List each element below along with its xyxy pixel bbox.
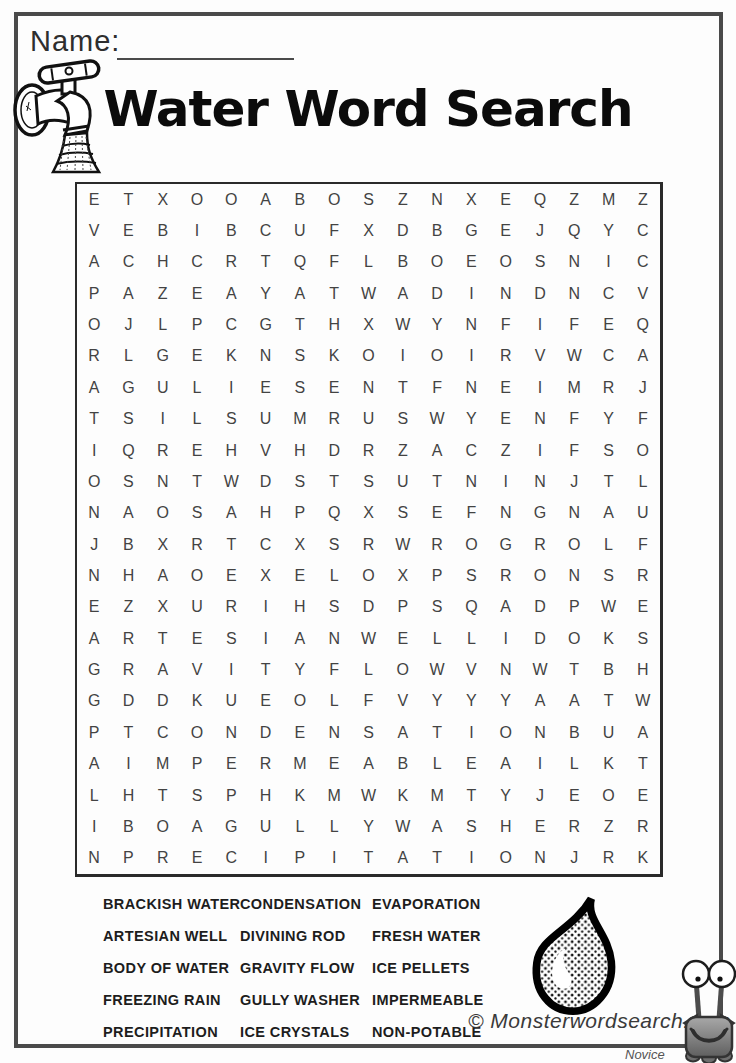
grid-cell-r5c13[interactable]: F (489, 309, 523, 340)
grid-cell-r8c9[interactable]: U (351, 404, 385, 435)
grid-cell-r21c1[interactable]: I (77, 811, 111, 842)
grid-cell-r17c6[interactable]: E (248, 686, 282, 717)
grid-cell-r2c3[interactable]: B (146, 215, 180, 246)
grid-cell-r3c1[interactable]: A (77, 247, 111, 278)
grid-cell-r7c10[interactable]: T (386, 372, 420, 403)
grid-cell-r10c3[interactable]: N (146, 466, 180, 497)
grid-cell-r15c16[interactable]: K (591, 623, 625, 654)
grid-cell-r20c6[interactable]: H (248, 780, 282, 811)
grid-cell-r15c6[interactable]: I (248, 623, 282, 654)
grid-cell-r12c11[interactable]: R (420, 529, 454, 560)
grid-cell-r10c4[interactable]: T (180, 466, 214, 497)
grid-cell-r21c17[interactable]: R (626, 811, 660, 842)
grid-cell-r11c7[interactable]: P (283, 498, 317, 529)
grid-cell-r11c17[interactable]: U (626, 498, 660, 529)
grid-cell-r5c6[interactable]: G (248, 309, 282, 340)
grid-cell-r18c10[interactable]: A (386, 717, 420, 748)
grid-cell-r18c8[interactable]: N (317, 717, 351, 748)
grid-cell-r8c8[interactable]: R (317, 404, 351, 435)
grid-cell-r3c7[interactable]: Q (283, 247, 317, 278)
grid-cell-r12c1[interactable]: J (77, 529, 111, 560)
grid-cell-r15c9[interactable]: W (351, 623, 385, 654)
grid-cell-r5c10[interactable]: W (386, 309, 420, 340)
grid-cell-r13c12[interactable]: S (454, 560, 488, 591)
grid-cell-r8c4[interactable]: L (180, 404, 214, 435)
grid-cell-r19c17[interactable]: T (626, 749, 660, 780)
grid-cell-r16c3[interactable]: A (146, 654, 180, 685)
grid-cell-r17c9[interactable]: F (351, 686, 385, 717)
grid-cell-r21c3[interactable]: O (146, 811, 180, 842)
grid-cell-r5c15[interactable]: F (557, 309, 591, 340)
grid-cell-r19c15[interactable]: L (557, 749, 591, 780)
grid-cell-r3c4[interactable]: C (180, 247, 214, 278)
grid-cell-r13c1[interactable]: N (77, 560, 111, 591)
grid-cell-r12c15[interactable]: O (557, 529, 591, 560)
grid-cell-r3c9[interactable]: L (351, 247, 385, 278)
grid-cell-r18c7[interactable]: E (283, 717, 317, 748)
grid-cell-r16c17[interactable]: H (626, 654, 660, 685)
grid-cell-r1c12[interactable]: X (454, 184, 488, 215)
grid-cell-r2c5[interactable]: B (214, 215, 248, 246)
grid-cell-r5c9[interactable]: X (351, 309, 385, 340)
grid-cell-r3c13[interactable]: O (489, 247, 523, 278)
grid-cell-r22c14[interactable]: N (523, 843, 557, 874)
grid-cell-r15c10[interactable]: E (386, 623, 420, 654)
grid-cell-r15c4[interactable]: E (180, 623, 214, 654)
grid-cell-r9c14[interactable]: I (523, 435, 557, 466)
grid-cell-r9c17[interactable]: O (626, 435, 660, 466)
grid-cell-r7c5[interactable]: I (214, 372, 248, 403)
grid-cell-r17c17[interactable]: W (626, 686, 660, 717)
grid-cell-r3c15[interactable]: N (557, 247, 591, 278)
grid-cell-r18c17[interactable]: A (626, 717, 660, 748)
grid-cell-r20c12[interactable]: T (454, 780, 488, 811)
grid-cell-r14c6[interactable]: I (248, 592, 282, 623)
grid-cell-r19c14[interactable]: I (523, 749, 557, 780)
grid-cell-r13c9[interactable]: O (351, 560, 385, 591)
grid-cell-r6c1[interactable]: R (77, 341, 111, 372)
grid-cell-r18c11[interactable]: T (420, 717, 454, 748)
grid-cell-r14c2[interactable]: Z (111, 592, 145, 623)
grid-cell-r12c5[interactable]: T (214, 529, 248, 560)
grid-cell-r7c3[interactable]: U (146, 372, 180, 403)
grid-cell-r14c7[interactable]: H (283, 592, 317, 623)
grid-cell-r17c5[interactable]: U (214, 686, 248, 717)
grid-cell-r12c3[interactable]: X (146, 529, 180, 560)
grid-cell-r10c15[interactable]: J (557, 466, 591, 497)
grid-cell-r4c4[interactable]: E (180, 278, 214, 309)
grid-cell-r11c10[interactable]: S (386, 498, 420, 529)
grid-cell-r22c6[interactable]: I (248, 843, 282, 874)
grid-cell-r21c2[interactable]: B (111, 811, 145, 842)
grid-cell-r11c8[interactable]: Q (317, 498, 351, 529)
grid-cell-r14c1[interactable]: E (77, 592, 111, 623)
grid-cell-r1c8[interactable]: O (317, 184, 351, 215)
grid-cell-r15c15[interactable]: O (557, 623, 591, 654)
grid-cell-r7c12[interactable]: N (454, 372, 488, 403)
grid-cell-r4c7[interactable]: A (283, 278, 317, 309)
grid-cell-r9c12[interactable]: C (454, 435, 488, 466)
grid-cell-r4c12[interactable]: I (454, 278, 488, 309)
grid-cell-r4c16[interactable]: C (591, 278, 625, 309)
grid-cell-r2c17[interactable]: C (626, 215, 660, 246)
grid-cell-r1c10[interactable]: Z (386, 184, 420, 215)
grid-cell-r16c13[interactable]: N (489, 654, 523, 685)
grid-cell-r10c5[interactable]: W (214, 466, 248, 497)
grid-cell-r17c16[interactable]: T (591, 686, 625, 717)
grid-cell-r5c7[interactable]: T (283, 309, 317, 340)
grid-cell-r5c14[interactable]: I (523, 309, 557, 340)
grid-cell-r19c9[interactable]: A (351, 749, 385, 780)
grid-cell-r11c5[interactable]: A (214, 498, 248, 529)
grid-cell-r9c15[interactable]: F (557, 435, 591, 466)
grid-cell-r21c11[interactable]: A (420, 811, 454, 842)
grid-cell-r10c16[interactable]: T (591, 466, 625, 497)
grid-cell-r22c2[interactable]: P (111, 843, 145, 874)
grid-cell-r16c15[interactable]: T (557, 654, 591, 685)
grid-cell-r10c12[interactable]: N (454, 466, 488, 497)
grid-cell-r21c15[interactable]: R (557, 811, 591, 842)
grid-cell-r7c1[interactable]: A (77, 372, 111, 403)
grid-cell-r22c17[interactable]: K (626, 843, 660, 874)
grid-cell-r20c17[interactable]: E (626, 780, 660, 811)
grid-cell-r14c16[interactable]: W (591, 592, 625, 623)
grid-cell-r6c13[interactable]: R (489, 341, 523, 372)
grid-cell-r6c10[interactable]: I (386, 341, 420, 372)
grid-cell-r13c8[interactable]: L (317, 560, 351, 591)
grid-cell-r4c10[interactable]: A (386, 278, 420, 309)
grid-cell-r22c3[interactable]: R (146, 843, 180, 874)
grid-cell-r16c10[interactable]: O (386, 654, 420, 685)
grid-cell-r6c2[interactable]: L (111, 341, 145, 372)
grid-cell-r1c9[interactable]: S (351, 184, 385, 215)
grid-cell-r10c10[interactable]: U (386, 466, 420, 497)
grid-cell-r16c8[interactable]: F (317, 654, 351, 685)
grid-cell-r22c7[interactable]: P (283, 843, 317, 874)
grid-cell-r14c15[interactable]: P (557, 592, 591, 623)
grid-cell-r10c2[interactable]: S (111, 466, 145, 497)
grid-cell-r11c11[interactable]: E (420, 498, 454, 529)
grid-cell-r3c14[interactable]: S (523, 247, 557, 278)
grid-cell-r17c2[interactable]: D (111, 686, 145, 717)
grid-cell-r16c2[interactable]: R (111, 654, 145, 685)
grid-cell-r9c9[interactable]: R (351, 435, 385, 466)
grid-cell-r3c12[interactable]: E (454, 247, 488, 278)
grid-cell-r18c14[interactable]: N (523, 717, 557, 748)
grid-cell-r16c1[interactable]: G (77, 654, 111, 685)
grid-cell-r11c12[interactable]: F (454, 498, 488, 529)
grid-cell-r6c8[interactable]: K (317, 341, 351, 372)
grid-cell-r13c3[interactable]: A (146, 560, 180, 591)
grid-cell-r17c3[interactable]: D (146, 686, 180, 717)
grid-cell-r12c4[interactable]: R (180, 529, 214, 560)
grid-cell-r21c16[interactable]: Z (591, 811, 625, 842)
grid-cell-r20c2[interactable]: H (111, 780, 145, 811)
grid-cell-r8c1[interactable]: T (77, 404, 111, 435)
grid-cell-r12c14[interactable]: R (523, 529, 557, 560)
grid-cell-r12c7[interactable]: X (283, 529, 317, 560)
grid-cell-r6c16[interactable]: C (591, 341, 625, 372)
grid-cell-r18c13[interactable]: O (489, 717, 523, 748)
grid-cell-r9c13[interactable]: Z (489, 435, 523, 466)
grid-cell-r1c15[interactable]: Z (557, 184, 591, 215)
grid-cell-r18c9[interactable]: S (351, 717, 385, 748)
grid-cell-r19c3[interactable]: M (146, 749, 180, 780)
grid-cell-r18c1[interactable]: P (77, 717, 111, 748)
grid-cell-r1c7[interactable]: B (283, 184, 317, 215)
grid-cell-r14c9[interactable]: D (351, 592, 385, 623)
grid-cell-r10c17[interactable]: L (626, 466, 660, 497)
grid-cell-r6c4[interactable]: E (180, 341, 214, 372)
grid-cell-r1c1[interactable]: E (77, 184, 111, 215)
grid-cell-r7c15[interactable]: M (557, 372, 591, 403)
grid-cell-r8c13[interactable]: E (489, 404, 523, 435)
grid-cell-r13c15[interactable]: N (557, 560, 591, 591)
grid-cell-r2c16[interactable]: Y (591, 215, 625, 246)
grid-cell-r18c2[interactable]: T (111, 717, 145, 748)
grid-cell-r2c8[interactable]: F (317, 215, 351, 246)
grid-cell-r20c11[interactable]: M (420, 780, 454, 811)
grid-cell-r20c13[interactable]: Y (489, 780, 523, 811)
grid-cell-r11c2[interactable]: A (111, 498, 145, 529)
grid-cell-r15c13[interactable]: I (489, 623, 523, 654)
grid-cell-r6c12[interactable]: I (454, 341, 488, 372)
grid-cell-r17c12[interactable]: Y (454, 686, 488, 717)
grid-cell-r19c11[interactable]: L (420, 749, 454, 780)
grid-cell-r18c12[interactable]: I (454, 717, 488, 748)
grid-cell-r12c16[interactable]: L (591, 529, 625, 560)
grid-cell-r3c2[interactable]: C (111, 247, 145, 278)
grid-cell-r9c4[interactable]: E (180, 435, 214, 466)
grid-cell-r21c14[interactable]: E (523, 811, 557, 842)
grid-cell-r12c9[interactable]: R (351, 529, 385, 560)
grid-cell-r1c6[interactable]: A (248, 184, 282, 215)
grid-cell-r14c10[interactable]: P (386, 592, 420, 623)
grid-cell-r1c3[interactable]: X (146, 184, 180, 215)
grid-cell-r19c8[interactable]: E (317, 749, 351, 780)
grid-cell-r7c8[interactable]: E (317, 372, 351, 403)
grid-cell-r5c8[interactable]: H (317, 309, 351, 340)
grid-cell-r12c13[interactable]: G (489, 529, 523, 560)
grid-cell-r4c13[interactable]: N (489, 278, 523, 309)
grid-cell-r17c11[interactable]: Y (420, 686, 454, 717)
grid-cell-r21c13[interactable]: H (489, 811, 523, 842)
grid-cell-r18c16[interactable]: U (591, 717, 625, 748)
grid-cell-r4c3[interactable]: Z (146, 278, 180, 309)
grid-cell-r9c1[interactable]: I (77, 435, 111, 466)
grid-cell-r15c1[interactable]: A (77, 623, 111, 654)
grid-cell-r19c1[interactable]: A (77, 749, 111, 780)
grid-cell-r20c9[interactable]: W (351, 780, 385, 811)
grid-cell-r7c11[interactable]: F (420, 372, 454, 403)
grid-cell-r8c12[interactable]: Y (454, 404, 488, 435)
grid-cell-r19c2[interactable]: I (111, 749, 145, 780)
grid-cell-r14c14[interactable]: D (523, 592, 557, 623)
grid-cell-r18c5[interactable]: N (214, 717, 248, 748)
grid-cell-r19c16[interactable]: K (591, 749, 625, 780)
grid-cell-r6c3[interactable]: G (146, 341, 180, 372)
grid-cell-r22c9[interactable]: T (351, 843, 385, 874)
grid-cell-r15c12[interactable]: L (454, 623, 488, 654)
grid-cell-r10c1[interactable]: O (77, 466, 111, 497)
grid-cell-r11c4[interactable]: S (180, 498, 214, 529)
grid-cell-r14c5[interactable]: R (214, 592, 248, 623)
grid-cell-r12c6[interactable]: C (248, 529, 282, 560)
grid-cell-r13c13[interactable]: R (489, 560, 523, 591)
grid-cell-r10c9[interactable]: S (351, 466, 385, 497)
grid-cell-r13c6[interactable]: X (248, 560, 282, 591)
grid-cell-r21c5[interactable]: G (214, 811, 248, 842)
grid-cell-r8c5[interactable]: S (214, 404, 248, 435)
grid-cell-r10c8[interactable]: T (317, 466, 351, 497)
grid-cell-r11c1[interactable]: N (77, 498, 111, 529)
grid-cell-r18c4[interactable]: O (180, 717, 214, 748)
grid-cell-r5c17[interactable]: Q (626, 309, 660, 340)
grid-cell-r3c11[interactable]: O (420, 247, 454, 278)
grid-cell-r1c4[interactable]: O (180, 184, 214, 215)
grid-cell-r17c15[interactable]: A (557, 686, 591, 717)
grid-cell-r1c16[interactable]: M (591, 184, 625, 215)
grid-cell-r6c9[interactable]: O (351, 341, 385, 372)
grid-cell-r7c2[interactable]: G (111, 372, 145, 403)
grid-cell-r8c11[interactable]: W (420, 404, 454, 435)
grid-cell-r12c10[interactable]: W (386, 529, 420, 560)
grid-cell-r2c10[interactable]: D (386, 215, 420, 246)
grid-cell-r19c4[interactable]: P (180, 749, 214, 780)
grid-cell-r18c3[interactable]: C (146, 717, 180, 748)
grid-cell-r12c2[interactable]: B (111, 529, 145, 560)
grid-cell-r4c8[interactable]: T (317, 278, 351, 309)
grid-cell-r9c5[interactable]: H (214, 435, 248, 466)
grid-cell-r8c7[interactable]: M (283, 404, 317, 435)
grid-cell-r22c13[interactable]: O (489, 843, 523, 874)
grid-cell-r5c12[interactable]: N (454, 309, 488, 340)
grid-cell-r9c10[interactable]: Z (386, 435, 420, 466)
grid-cell-r19c13[interactable]: A (489, 749, 523, 780)
grid-cell-r14c17[interactable]: E (626, 592, 660, 623)
grid-cell-r10c7[interactable]: S (283, 466, 317, 497)
grid-cell-r2c14[interactable]: J (523, 215, 557, 246)
grid-cell-r14c4[interactable]: U (180, 592, 214, 623)
grid-cell-r20c16[interactable]: O (591, 780, 625, 811)
grid-cell-r6c14[interactable]: V (523, 341, 557, 372)
grid-cell-r4c15[interactable]: N (557, 278, 591, 309)
grid-cell-r3c5[interactable]: R (214, 247, 248, 278)
grid-cell-r4c11[interactable]: D (420, 278, 454, 309)
grid-cell-r13c2[interactable]: H (111, 560, 145, 591)
grid-cell-r14c11[interactable]: S (420, 592, 454, 623)
grid-cell-r8c17[interactable]: F (626, 404, 660, 435)
grid-cell-r12c12[interactable]: O (454, 529, 488, 560)
grid-cell-r4c2[interactable]: A (111, 278, 145, 309)
grid-cell-r21c10[interactable]: W (386, 811, 420, 842)
grid-cell-r22c8[interactable]: I (317, 843, 351, 874)
grid-cell-r10c11[interactable]: T (420, 466, 454, 497)
grid-cell-r1c2[interactable]: T (111, 184, 145, 215)
grid-cell-r6c6[interactable]: N (248, 341, 282, 372)
grid-cell-r2c9[interactable]: X (351, 215, 385, 246)
grid-cell-r21c7[interactable]: L (283, 811, 317, 842)
grid-cell-r5c5[interactable]: C (214, 309, 248, 340)
grid-cell-r15c7[interactable]: A (283, 623, 317, 654)
grid-cell-r8c16[interactable]: Y (591, 404, 625, 435)
grid-cell-r20c8[interactable]: M (317, 780, 351, 811)
grid-cell-r20c15[interactable]: E (557, 780, 591, 811)
grid-cell-r5c2[interactable]: J (111, 309, 145, 340)
grid-cell-r20c14[interactable]: J (523, 780, 557, 811)
grid-cell-r9c8[interactable]: D (317, 435, 351, 466)
grid-cell-r7c14[interactable]: I (523, 372, 557, 403)
grid-cell-r11c9[interactable]: X (351, 498, 385, 529)
grid-cell-r8c14[interactable]: N (523, 404, 557, 435)
grid-cell-r5c3[interactable]: L (146, 309, 180, 340)
grid-cell-r17c1[interactable]: G (77, 686, 111, 717)
grid-cell-r9c3[interactable]: R (146, 435, 180, 466)
grid-cell-r7c4[interactable]: L (180, 372, 214, 403)
grid-cell-r10c13[interactable]: I (489, 466, 523, 497)
grid-cell-r2c1[interactable]: V (77, 215, 111, 246)
grid-cell-r7c16[interactable]: R (591, 372, 625, 403)
grid-cell-r17c13[interactable]: Y (489, 686, 523, 717)
grid-cell-r19c12[interactable]: E (454, 749, 488, 780)
grid-cell-r13c11[interactable]: P (420, 560, 454, 591)
grid-cell-r22c1[interactable]: N (77, 843, 111, 874)
grid-cell-r5c11[interactable]: Y (420, 309, 454, 340)
grid-cell-r13c4[interactable]: O (180, 560, 214, 591)
grid-cell-r8c10[interactable]: S (386, 404, 420, 435)
grid-cell-r4c9[interactable]: W (351, 278, 385, 309)
grid-cell-r6c5[interactable]: K (214, 341, 248, 372)
grid-cell-r14c8[interactable]: S (317, 592, 351, 623)
grid-cell-r16c12[interactable]: V (454, 654, 488, 685)
grid-cell-r9c7[interactable]: H (283, 435, 317, 466)
grid-cell-r3c10[interactable]: B (386, 247, 420, 278)
grid-cell-r6c11[interactable]: O (420, 341, 454, 372)
grid-cell-r11c6[interactable]: H (248, 498, 282, 529)
grid-cell-r22c11[interactable]: T (420, 843, 454, 874)
grid-cell-r7c17[interactable]: J (626, 372, 660, 403)
grid-cell-r2c7[interactable]: U (283, 215, 317, 246)
grid-cell-r8c6[interactable]: U (248, 404, 282, 435)
grid-cell-r12c17[interactable]: F (626, 529, 660, 560)
grid-cell-r19c6[interactable]: R (248, 749, 282, 780)
grid-cell-r16c14[interactable]: W (523, 654, 557, 685)
grid-cell-r22c15[interactable]: J (557, 843, 591, 874)
grid-cell-r8c15[interactable]: F (557, 404, 591, 435)
grid-cell-r15c14[interactable]: D (523, 623, 557, 654)
grid-cell-r22c4[interactable]: E (180, 843, 214, 874)
grid-cell-r13c14[interactable]: O (523, 560, 557, 591)
grid-cell-r1c11[interactable]: N (420, 184, 454, 215)
grid-cell-r9c16[interactable]: S (591, 435, 625, 466)
grid-cell-r1c5[interactable]: O (214, 184, 248, 215)
grid-cell-r22c12[interactable]: I (454, 843, 488, 874)
grid-cell-r2c15[interactable]: Q (557, 215, 591, 246)
grid-cell-r2c2[interactable]: E (111, 215, 145, 246)
grid-cell-r5c1[interactable]: O (77, 309, 111, 340)
grid-cell-r13c7[interactable]: E (283, 560, 317, 591)
grid-cell-r1c17[interactable]: Z (626, 184, 660, 215)
grid-cell-r22c16[interactable]: R (591, 843, 625, 874)
grid-cell-r1c14[interactable]: Q (523, 184, 557, 215)
grid-cell-r20c10[interactable]: K (386, 780, 420, 811)
grid-cell-r17c4[interactable]: K (180, 686, 214, 717)
grid-cell-r15c5[interactable]: S (214, 623, 248, 654)
grid-cell-r10c14[interactable]: N (523, 466, 557, 497)
grid-cell-r8c3[interactable]: I (146, 404, 180, 435)
grid-cell-r15c11[interactable]: L (420, 623, 454, 654)
grid-cell-r20c4[interactable]: S (180, 780, 214, 811)
